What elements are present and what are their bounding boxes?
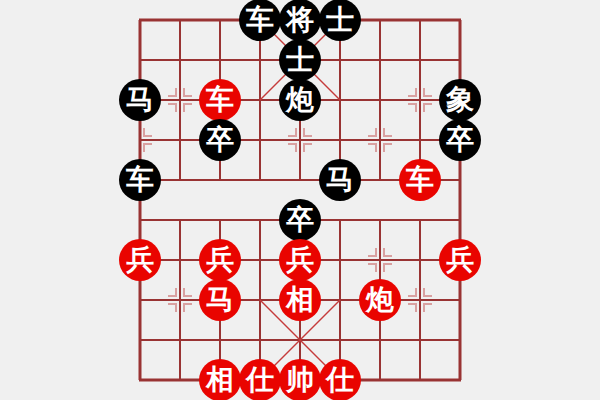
piece-red-chariot[interactable]: 车	[199, 79, 241, 121]
piece-red-chariot[interactable]: 车	[399, 159, 441, 201]
piece-black-pawn[interactable]: 卒	[439, 119, 481, 161]
piece-red-pawn[interactable]: 兵	[279, 239, 321, 281]
piece-black-cannon[interactable]: 炮	[279, 79, 321, 121]
piece-red-pawn[interactable]: 兵	[439, 239, 481, 281]
piece-black-pawn[interactable]: 卒	[279, 199, 321, 241]
piece-black-elephant[interactable]: 象	[439, 79, 481, 121]
xiangqi-board[interactable]: 车将士士马车炮象卒卒车马车卒兵兵兵兵马相炮相仕帅仕	[0, 0, 600, 400]
piece-black-pawn[interactable]: 卒	[199, 119, 241, 161]
piece-red-cannon[interactable]: 炮	[359, 279, 401, 321]
piece-red-general[interactable]: 帅	[279, 359, 321, 400]
piece-black-general[interactable]: 将	[279, 0, 321, 41]
piece-black-advisor[interactable]: 士	[319, 0, 361, 41]
piece-red-advisor[interactable]: 仕	[319, 359, 361, 400]
piece-black-chariot[interactable]: 车	[239, 0, 281, 41]
piece-black-advisor[interactable]: 士	[279, 39, 321, 81]
piece-black-chariot[interactable]: 车	[119, 159, 161, 201]
piece-red-elephant[interactable]: 相	[199, 359, 241, 400]
piece-red-horse[interactable]: 马	[199, 279, 241, 321]
piece-red-elephant[interactable]: 相	[279, 279, 321, 321]
piece-red-pawn[interactable]: 兵	[199, 239, 241, 281]
piece-black-horse[interactable]: 马	[319, 159, 361, 201]
piece-black-horse[interactable]: 马	[119, 79, 161, 121]
piece-red-advisor[interactable]: 仕	[239, 359, 281, 400]
piece-red-pawn[interactable]: 兵	[119, 239, 161, 281]
